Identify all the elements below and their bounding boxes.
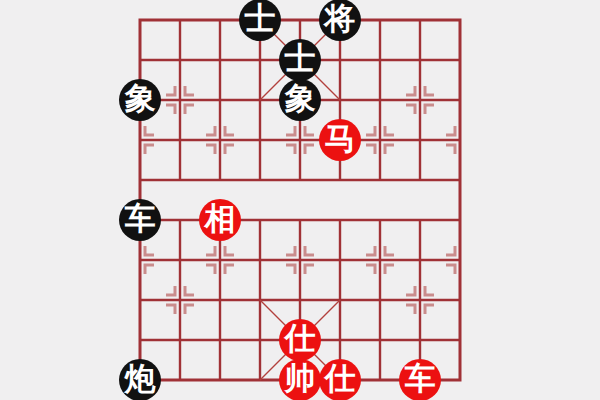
piece-glyph: 仕 — [285, 318, 316, 360]
piece-glyph: 士 — [285, 38, 316, 80]
piece-black-advisor[interactable]: 士 — [279, 39, 321, 81]
piece-black-cannon[interactable]: 炮 — [119, 359, 161, 400]
piece-glyph: 仕 — [325, 358, 356, 400]
piece-glyph: 象 — [125, 78, 156, 120]
piece-glyph: 炮 — [125, 358, 156, 400]
pieces-layer: 士将士象象马车相仕炮帅仕车 — [120, 0, 480, 400]
piece-black-elephant[interactable]: 象 — [279, 79, 321, 121]
piece-black-elephant[interactable]: 象 — [119, 79, 161, 121]
piece-glyph: 车 — [125, 198, 156, 240]
piece-red-horse[interactable]: 马 — [319, 119, 361, 161]
piece-glyph: 相 — [205, 198, 236, 240]
xiangqi-board: 士将士象象马车相仕炮帅仕车 — [0, 0, 600, 400]
piece-red-advisor[interactable]: 仕 — [319, 359, 361, 400]
piece-glyph: 将 — [325, 0, 356, 40]
piece-red-elephant[interactable]: 相 — [199, 199, 241, 241]
piece-red-general[interactable]: 帅 — [279, 359, 321, 400]
piece-glyph: 车 — [405, 358, 436, 400]
piece-glyph: 马 — [325, 118, 356, 160]
piece-black-general[interactable]: 将 — [319, 0, 361, 41]
piece-glyph: 象 — [285, 78, 316, 120]
piece-glyph: 帅 — [285, 358, 316, 400]
piece-black-advisor[interactable]: 士 — [239, 0, 281, 41]
piece-black-chariot[interactable]: 车 — [119, 199, 161, 241]
piece-red-chariot[interactable]: 车 — [399, 359, 441, 400]
piece-red-advisor[interactable]: 仕 — [279, 319, 321, 361]
piece-glyph: 士 — [245, 0, 276, 40]
